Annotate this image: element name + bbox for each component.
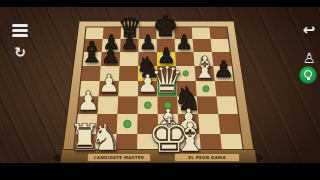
restart-glyph: ↻ — [14, 44, 26, 60]
opening-label: EL PEÓN DAMA — [188, 155, 226, 160]
letterbox-top — [0, 0, 320, 7]
white-bishop-f1[interactable]: ♝ — [170, 118, 210, 158]
app-screen: ♛♚♟♟♟♟♝♟♟♞♝♟♟♟♛♟♞♟♟♜♞♚♝ CANDIDATE MASTER… — [0, 0, 320, 180]
pawn-outline-glyph: ♙ — [303, 50, 316, 66]
white-knight-b1[interactable]: ♞ — [88, 120, 125, 157]
white-pawn-a3[interactable]: ♟ — [75, 88, 102, 115]
black-pawn-h5[interactable]: ♟ — [212, 58, 235, 81]
chess-board-area: ♛♚♟♟♟♟♝♟♟♞♝♟♟♟♛♟♞♟♟♜♞♚♝ CANDIDATE MASTER… — [0, 0, 320, 180]
player-plate-right: EL PEÓN DAMA — [174, 153, 240, 162]
black-pawn-b6[interactable]: ♟ — [100, 45, 121, 66]
undo-icon[interactable]: ↩ — [300, 21, 318, 39]
move-dot-c2 — [123, 120, 131, 128]
difficulty-label: CANDIDATE MASTER — [94, 155, 144, 160]
lightbulb-icon — [304, 70, 312, 78]
move-dot-g4 — [203, 86, 209, 92]
player-plate-left: CANDIDATE MASTER — [87, 153, 151, 162]
black-pawn-c7[interactable]: ♟ — [120, 33, 140, 53]
restart-icon[interactable]: ↻ — [11, 43, 29, 61]
hint-icon[interactable] — [299, 66, 317, 84]
piece-theme-icon[interactable]: ♙ — [301, 49, 317, 66]
undo-glyph: ↩ — [303, 21, 316, 39]
letterbox-bottom — [0, 163, 320, 180]
menu-icon[interactable] — [12, 24, 28, 37]
